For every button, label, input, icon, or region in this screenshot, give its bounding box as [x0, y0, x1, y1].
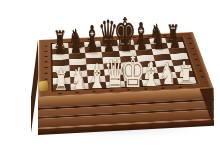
brass-clasp [39, 81, 49, 92]
board-square [105, 80, 124, 87]
chess-set-photo: ♜♞♝♛♚♝♞♜♟♟♟♟♟♟♟♟♟♟♟♟♟♟♟♟♜♞♝♛♚♝♞♜ [0, 0, 220, 147]
board-square [159, 77, 179, 84]
board-square [70, 82, 88, 89]
box-lid-top [38, 31, 213, 96]
board-square [123, 79, 142, 86]
board-square [52, 83, 70, 90]
board-square [141, 78, 160, 85]
chess-board [52, 36, 197, 90]
board-square [176, 77, 196, 84]
board-square [88, 81, 107, 88]
